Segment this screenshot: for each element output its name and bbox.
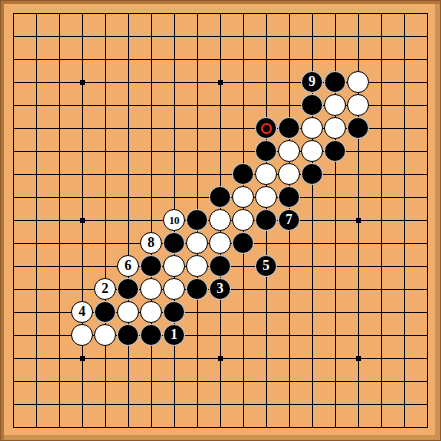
black-stone <box>117 278 139 300</box>
stone-label: 3 <box>217 282 224 296</box>
black-stone <box>209 255 231 277</box>
black-stone: 5 <box>255 255 277 277</box>
stone-label: 6 <box>125 259 132 273</box>
black-stone <box>255 140 277 162</box>
black-stone <box>94 301 116 323</box>
stone-label: 1 <box>171 328 178 342</box>
black-stone <box>278 186 300 208</box>
white-stone <box>117 301 139 323</box>
black-stone <box>255 117 277 139</box>
white-stone <box>163 255 185 277</box>
black-stone <box>186 278 208 300</box>
stone-label: 10 <box>169 215 179 226</box>
black-stone: 1 <box>163 324 185 346</box>
star-point <box>356 218 361 223</box>
star-point <box>218 80 223 85</box>
black-stone <box>255 209 277 231</box>
white-stone <box>71 324 93 346</box>
white-stone: 8 <box>140 232 162 254</box>
white-stone <box>324 117 346 139</box>
circle-marker <box>261 123 272 134</box>
black-stone <box>140 255 162 277</box>
white-stone <box>347 94 369 116</box>
white-stone: 10 <box>163 209 185 231</box>
white-stone <box>186 255 208 277</box>
white-stone: 2 <box>94 278 116 300</box>
black-stone <box>163 301 185 323</box>
black-stone <box>209 186 231 208</box>
white-stone <box>324 94 346 116</box>
white-stone: 4 <box>71 301 93 323</box>
white-stone <box>278 163 300 185</box>
white-stone <box>301 140 323 162</box>
black-stone <box>140 324 162 346</box>
black-stone <box>186 209 208 231</box>
white-stone <box>301 117 323 139</box>
white-stone <box>209 232 231 254</box>
star-point <box>356 356 361 361</box>
black-stone <box>117 324 139 346</box>
stone-label: 8 <box>148 236 155 250</box>
white-stone <box>163 278 185 300</box>
black-stone <box>347 117 369 139</box>
white-stone <box>209 209 231 231</box>
white-stone: 6 <box>117 255 139 277</box>
white-stone <box>140 301 162 323</box>
black-stone <box>301 94 323 116</box>
black-stone <box>163 232 185 254</box>
black-stone <box>301 163 323 185</box>
star-point <box>80 218 85 223</box>
white-stone <box>232 186 254 208</box>
white-stone <box>140 278 162 300</box>
go-board: 91078652341 <box>0 0 441 441</box>
stone-label: 9 <box>309 75 316 89</box>
black-stone: 9 <box>301 71 323 93</box>
black-stone: 3 <box>209 278 231 300</box>
white-stone <box>255 186 277 208</box>
stone-label: 5 <box>263 259 270 273</box>
star-point <box>80 80 85 85</box>
stone-label: 7 <box>286 213 293 227</box>
black-stone <box>232 232 254 254</box>
white-stone <box>232 209 254 231</box>
black-stone <box>278 117 300 139</box>
white-stone <box>255 163 277 185</box>
black-stone <box>324 71 346 93</box>
stone-label: 4 <box>79 305 86 319</box>
black-stone <box>324 140 346 162</box>
white-stone <box>186 232 208 254</box>
star-point <box>80 356 85 361</box>
stone-label: 2 <box>102 282 109 296</box>
star-point <box>218 356 223 361</box>
white-stone <box>278 140 300 162</box>
black-stone <box>232 163 254 185</box>
white-stone <box>347 71 369 93</box>
white-stone <box>94 324 116 346</box>
black-stone: 7 <box>278 209 300 231</box>
